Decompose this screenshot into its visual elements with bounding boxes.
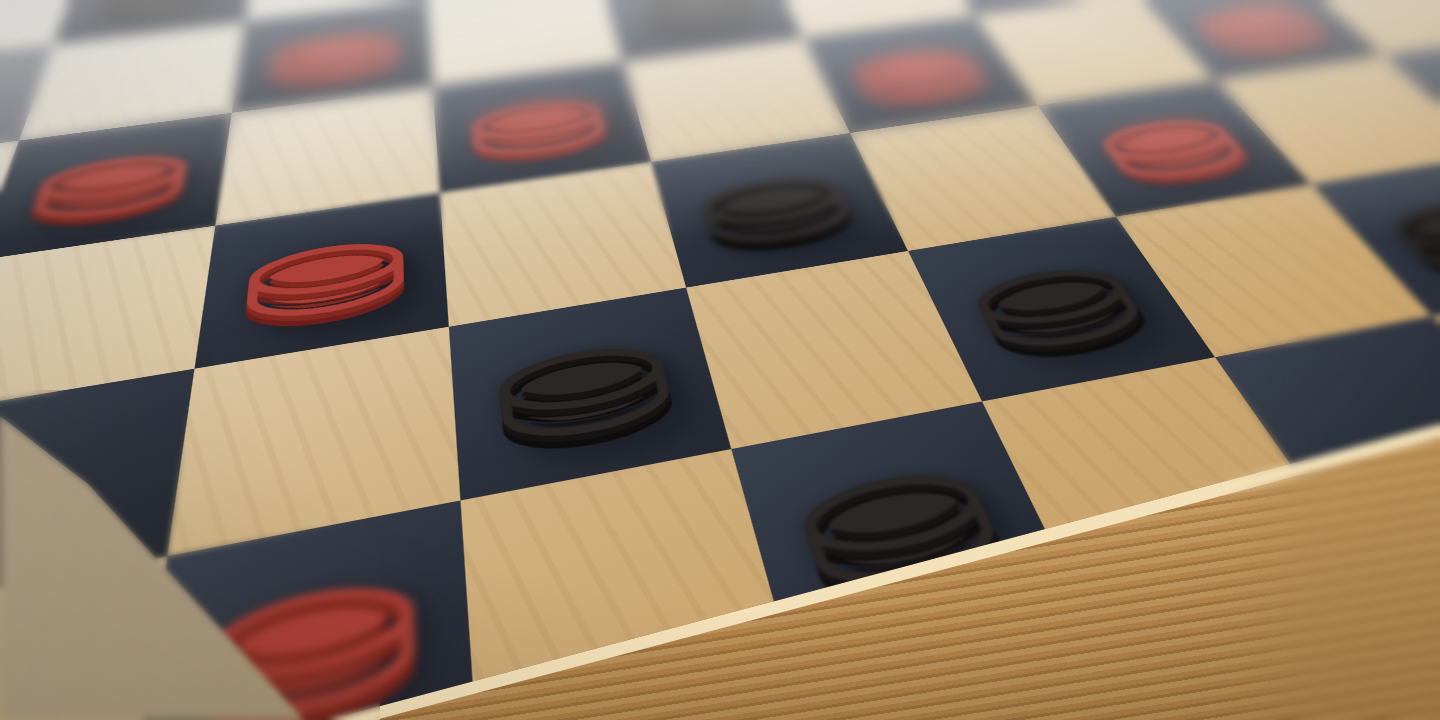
checker-piece-red[interactable]: ⛂	[830, 23, 1006, 120]
checker-piece-red[interactable]: ⛂	[262, 7, 405, 100]
checkers-board: ⛂⛂⛂⛂⛂⛂⛂⛂⛂⛂⛂⛂⛂⛂⛂	[0, 0, 1440, 720]
checker-piece-black[interactable]: ⛂	[770, 417, 1031, 633]
checker-piece-red[interactable]: ⛂	[183, 518, 428, 720]
checkers-photo-scene: ⛂⛂⛂⛂⛂⛂⛂⛂⛂⛂⛂⛂⛂⛂⛂	[0, 0, 1440, 720]
checker-piece-red[interactable]: ⛂	[233, 203, 414, 348]
checker-piece-black[interactable]: ⛂	[681, 142, 872, 270]
checker-piece-red[interactable]: ⛂	[460, 70, 619, 178]
checker-piece-red[interactable]: ⛂	[14, 122, 202, 244]
checker-piece-black[interactable]: ⛂	[625, 0, 775, 50]
checker-piece-black[interactable]: ⛂	[484, 300, 691, 475]
